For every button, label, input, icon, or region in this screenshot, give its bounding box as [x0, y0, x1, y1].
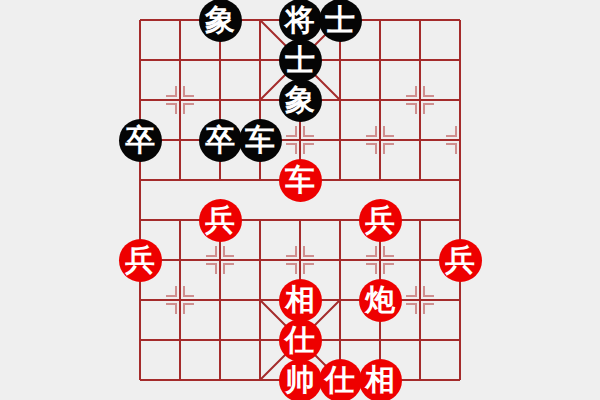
- piece-red-chariot[interactable]: 车: [279, 159, 322, 202]
- piece-red-advisor-1[interactable]: 仕: [279, 319, 322, 362]
- piece-red-soldier-4[interactable]: 兵: [439, 239, 482, 282]
- piece-red-elephant-2[interactable]: 相: [359, 359, 402, 400]
- piece-black-soldier-1[interactable]: 卒: [119, 119, 162, 162]
- piece-red-elephant-1[interactable]: 相: [279, 279, 322, 322]
- piece-red-advisor-2[interactable]: 仕: [319, 359, 362, 400]
- piece-black-advisor-2[interactable]: 士: [279, 39, 322, 82]
- piece-black-elephant-2[interactable]: 象: [279, 79, 322, 122]
- piece-red-general[interactable]: 帅: [279, 359, 322, 400]
- piece-red-soldier-3[interactable]: 兵: [119, 239, 162, 282]
- piece-black-advisor-1[interactable]: 士: [319, 0, 362, 42]
- piece-red-cannon[interactable]: 炮: [359, 279, 402, 322]
- piece-black-elephant-1[interactable]: 象: [199, 0, 242, 42]
- piece-black-soldier-2[interactable]: 卒: [199, 119, 242, 162]
- piece-black-chariot[interactable]: 车: [239, 119, 282, 162]
- piece-red-soldier-2[interactable]: 兵: [359, 199, 402, 242]
- piece-black-general[interactable]: 将: [279, 0, 322, 42]
- xiangqi-board-screen: 象将士士象卒卒车车兵兵兵兵相炮仕帅仕相: [0, 0, 600, 400]
- xiangqi-piece-grid: 象将士士象卒卒车车兵兵兵兵相炮仕帅仕相: [120, 0, 480, 400]
- piece-red-soldier-1[interactable]: 兵: [199, 199, 242, 242]
